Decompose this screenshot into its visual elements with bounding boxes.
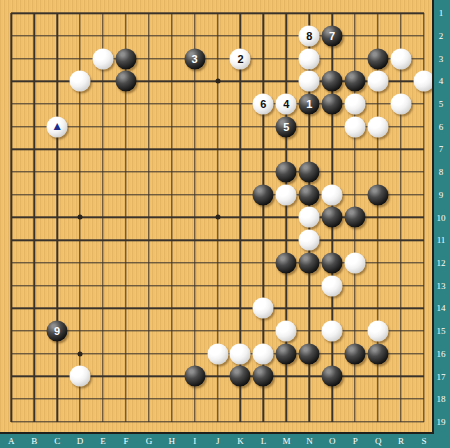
intersection-B16[interactable]: [23, 342, 46, 365]
intersection-P4[interactable]: [344, 70, 367, 93]
intersection-I17[interactable]: [183, 365, 206, 388]
intersection-B12[interactable]: [23, 252, 46, 275]
intersection-P2[interactable]: [344, 25, 367, 48]
intersection-A19[interactable]: [0, 410, 23, 433]
intersection-F11[interactable]: [114, 229, 137, 252]
intersection-A10[interactable]: [0, 206, 23, 229]
intersection-G11[interactable]: [137, 229, 160, 252]
intersection-G8[interactable]: [137, 161, 160, 184]
intersection-K9[interactable]: [229, 183, 252, 206]
intersection-R18[interactable]: [389, 388, 412, 411]
intersection-R2[interactable]: [389, 25, 412, 48]
intersection-L14[interactable]: [252, 297, 275, 320]
intersection-F8[interactable]: [114, 161, 137, 184]
intersection-D18[interactable]: [69, 388, 92, 411]
intersection-S19[interactable]: [412, 410, 434, 433]
intersection-I2[interactable]: [183, 25, 206, 48]
intersection-F15[interactable]: [114, 320, 137, 343]
intersection-J8[interactable]: [206, 161, 229, 184]
intersection-M3[interactable]: [275, 47, 298, 70]
intersection-L4[interactable]: [252, 70, 275, 93]
intersection-G4[interactable]: [137, 70, 160, 93]
intersection-B14[interactable]: [23, 297, 46, 320]
intersection-F3[interactable]: [114, 47, 137, 70]
intersection-H9[interactable]: [160, 183, 183, 206]
intersection-O8[interactable]: [321, 161, 344, 184]
intersection-S16[interactable]: [412, 342, 434, 365]
intersection-C11[interactable]: [46, 229, 69, 252]
intersection-S18[interactable]: [412, 388, 434, 411]
intersection-K10[interactable]: [229, 206, 252, 229]
intersection-J14[interactable]: [206, 297, 229, 320]
intersection-K5[interactable]: [229, 93, 252, 116]
intersection-P9[interactable]: [344, 183, 367, 206]
intersection-A1[interactable]: [0, 2, 23, 25]
intersection-J13[interactable]: [206, 274, 229, 297]
intersection-D2[interactable]: [69, 25, 92, 48]
intersection-Q3[interactable]: [367, 47, 390, 70]
intersection-R1[interactable]: [389, 2, 412, 25]
intersection-P14[interactable]: [344, 297, 367, 320]
intersection-M18[interactable]: [275, 388, 298, 411]
intersection-S7[interactable]: [412, 138, 434, 161]
intersection-C6[interactable]: ▲: [46, 115, 69, 138]
intersection-L3[interactable]: [252, 47, 275, 70]
intersection-L11[interactable]: [252, 229, 275, 252]
intersection-L13[interactable]: [252, 274, 275, 297]
intersection-N17[interactable]: [298, 365, 321, 388]
intersection-H19[interactable]: [160, 410, 183, 433]
intersection-M14[interactable]: [275, 297, 298, 320]
intersection-E16[interactable]: [92, 342, 115, 365]
intersection-A11[interactable]: [0, 229, 23, 252]
intersection-I9[interactable]: [183, 183, 206, 206]
intersection-Q11[interactable]: [367, 229, 390, 252]
intersection-G1[interactable]: [137, 2, 160, 25]
intersection-H7[interactable]: [160, 138, 183, 161]
intersection-I19[interactable]: [183, 410, 206, 433]
intersection-A6[interactable]: [0, 115, 23, 138]
intersection-O2[interactable]: 7: [321, 25, 344, 48]
intersection-E15[interactable]: [92, 320, 115, 343]
intersection-S17[interactable]: [412, 365, 434, 388]
intersection-A3[interactable]: [0, 47, 23, 70]
intersection-R10[interactable]: [389, 206, 412, 229]
intersection-R4[interactable]: [389, 70, 412, 93]
intersection-B4[interactable]: [23, 70, 46, 93]
intersection-J9[interactable]: [206, 183, 229, 206]
intersection-N15[interactable]: [298, 320, 321, 343]
intersection-A12[interactable]: [0, 252, 23, 275]
intersection-G6[interactable]: [137, 115, 160, 138]
intersection-F6[interactable]: [114, 115, 137, 138]
intersection-I4[interactable]: [183, 70, 206, 93]
intersection-L12[interactable]: [252, 252, 275, 275]
intersection-F19[interactable]: [114, 410, 137, 433]
intersection-E5[interactable]: [92, 93, 115, 116]
intersection-I1[interactable]: [183, 2, 206, 25]
intersection-A4[interactable]: [0, 70, 23, 93]
intersection-P7[interactable]: [344, 138, 367, 161]
intersection-E11[interactable]: [92, 229, 115, 252]
intersection-J12[interactable]: [206, 252, 229, 275]
intersection-Q16[interactable]: [367, 342, 390, 365]
intersection-A14[interactable]: [0, 297, 23, 320]
intersection-N8[interactable]: [298, 161, 321, 184]
intersection-P18[interactable]: [344, 388, 367, 411]
intersection-C9[interactable]: [46, 183, 69, 206]
intersection-Q7[interactable]: [367, 138, 390, 161]
intersection-D17[interactable]: [69, 365, 92, 388]
intersection-G19[interactable]: [137, 410, 160, 433]
intersection-F16[interactable]: [114, 342, 137, 365]
intersection-Q1[interactable]: [367, 2, 390, 25]
intersection-N9[interactable]: [298, 183, 321, 206]
intersection-P10[interactable]: [344, 206, 367, 229]
intersection-C19[interactable]: [46, 410, 69, 433]
intersection-O7[interactable]: [321, 138, 344, 161]
intersection-L8[interactable]: [252, 161, 275, 184]
intersection-L6[interactable]: [252, 115, 275, 138]
intersection-A5[interactable]: [0, 93, 23, 116]
intersection-Q13[interactable]: [367, 274, 390, 297]
intersection-L2[interactable]: [252, 25, 275, 48]
intersection-P11[interactable]: [344, 229, 367, 252]
intersection-C14[interactable]: [46, 297, 69, 320]
intersection-I14[interactable]: [183, 297, 206, 320]
intersection-N12[interactable]: [298, 252, 321, 275]
intersection-H16[interactable]: [160, 342, 183, 365]
intersection-L10[interactable]: [252, 206, 275, 229]
intersection-D10[interactable]: [69, 206, 92, 229]
intersection-F14[interactable]: [114, 297, 137, 320]
intersection-J10[interactable]: [206, 206, 229, 229]
intersection-D15[interactable]: [69, 320, 92, 343]
intersection-S15[interactable]: [412, 320, 434, 343]
intersection-G3[interactable]: [137, 47, 160, 70]
intersection-S14[interactable]: [412, 297, 434, 320]
intersection-N4[interactable]: [298, 70, 321, 93]
intersection-F13[interactable]: [114, 274, 137, 297]
intersection-I18[interactable]: [183, 388, 206, 411]
intersection-O12[interactable]: [321, 252, 344, 275]
intersection-L9[interactable]: [252, 183, 275, 206]
intersection-R16[interactable]: [389, 342, 412, 365]
intersection-D8[interactable]: [69, 161, 92, 184]
intersection-B8[interactable]: [23, 161, 46, 184]
intersection-I10[interactable]: [183, 206, 206, 229]
intersection-J5[interactable]: [206, 93, 229, 116]
intersection-D12[interactable]: [69, 252, 92, 275]
intersection-E7[interactable]: [92, 138, 115, 161]
intersection-M19[interactable]: [275, 410, 298, 433]
intersection-Q15[interactable]: [367, 320, 390, 343]
intersection-P15[interactable]: [344, 320, 367, 343]
intersection-K6[interactable]: [229, 115, 252, 138]
intersection-E10[interactable]: [92, 206, 115, 229]
intersection-C13[interactable]: [46, 274, 69, 297]
intersection-H8[interactable]: [160, 161, 183, 184]
intersection-M5[interactable]: 4: [275, 93, 298, 116]
intersection-N11[interactable]: [298, 229, 321, 252]
intersection-C3[interactable]: [46, 47, 69, 70]
intersection-H18[interactable]: [160, 388, 183, 411]
intersection-N6[interactable]: [298, 115, 321, 138]
intersection-B19[interactable]: [23, 410, 46, 433]
intersection-K2[interactable]: [229, 25, 252, 48]
intersection-R5[interactable]: [389, 93, 412, 116]
intersection-Q2[interactable]: [367, 25, 390, 48]
intersection-D19[interactable]: [69, 410, 92, 433]
intersection-Q6[interactable]: [367, 115, 390, 138]
intersection-D4[interactable]: [69, 70, 92, 93]
intersection-B2[interactable]: [23, 25, 46, 48]
intersection-D11[interactable]: [69, 229, 92, 252]
intersection-K12[interactable]: [229, 252, 252, 275]
intersection-H2[interactable]: [160, 25, 183, 48]
intersection-E8[interactable]: [92, 161, 115, 184]
intersection-O19[interactable]: [321, 410, 344, 433]
intersection-K17[interactable]: [229, 365, 252, 388]
intersection-E18[interactable]: [92, 388, 115, 411]
intersection-J1[interactable]: [206, 2, 229, 25]
intersection-B10[interactable]: [23, 206, 46, 229]
intersection-A18[interactable]: [0, 388, 23, 411]
intersection-R8[interactable]: [389, 161, 412, 184]
intersection-G16[interactable]: [137, 342, 160, 365]
intersection-G14[interactable]: [137, 297, 160, 320]
intersection-A8[interactable]: [0, 161, 23, 184]
intersection-K4[interactable]: [229, 70, 252, 93]
intersection-E3[interactable]: [92, 47, 115, 70]
intersection-G18[interactable]: [137, 388, 160, 411]
intersection-F1[interactable]: [114, 2, 137, 25]
intersection-N13[interactable]: [298, 274, 321, 297]
intersection-S11[interactable]: [412, 229, 434, 252]
intersection-C16[interactable]: [46, 342, 69, 365]
intersection-E19[interactable]: [92, 410, 115, 433]
intersection-I16[interactable]: [183, 342, 206, 365]
intersection-S1[interactable]: [412, 2, 434, 25]
intersection-K16[interactable]: [229, 342, 252, 365]
intersection-O14[interactable]: [321, 297, 344, 320]
intersection-C8[interactable]: [46, 161, 69, 184]
intersection-F7[interactable]: [114, 138, 137, 161]
intersection-F17[interactable]: [114, 365, 137, 388]
intersection-O6[interactable]: [321, 115, 344, 138]
intersection-Q8[interactable]: [367, 161, 390, 184]
intersection-S5[interactable]: [412, 93, 434, 116]
intersection-E4[interactable]: [92, 70, 115, 93]
intersection-Q12[interactable]: [367, 252, 390, 275]
intersection-M13[interactable]: [275, 274, 298, 297]
intersection-H17[interactable]: [160, 365, 183, 388]
intersection-M2[interactable]: [275, 25, 298, 48]
intersection-D5[interactable]: [69, 93, 92, 116]
intersection-P19[interactable]: [344, 410, 367, 433]
intersection-Q10[interactable]: [367, 206, 390, 229]
intersection-B17[interactable]: [23, 365, 46, 388]
intersection-Q14[interactable]: [367, 297, 390, 320]
intersection-M9[interactable]: [275, 183, 298, 206]
intersection-E2[interactable]: [92, 25, 115, 48]
intersection-G13[interactable]: [137, 274, 160, 297]
intersection-F5[interactable]: [114, 93, 137, 116]
intersection-Q5[interactable]: [367, 93, 390, 116]
intersection-P17[interactable]: [344, 365, 367, 388]
intersection-O16[interactable]: [321, 342, 344, 365]
intersection-S12[interactable]: [412, 252, 434, 275]
intersection-C7[interactable]: [46, 138, 69, 161]
intersection-R3[interactable]: [389, 47, 412, 70]
intersection-L18[interactable]: [252, 388, 275, 411]
intersection-B15[interactable]: [23, 320, 46, 343]
intersection-O18[interactable]: [321, 388, 344, 411]
intersection-C2[interactable]: [46, 25, 69, 48]
intersection-Q17[interactable]: [367, 365, 390, 388]
intersection-B7[interactable]: [23, 138, 46, 161]
intersection-A9[interactable]: [0, 183, 23, 206]
intersection-C17[interactable]: [46, 365, 69, 388]
intersection-P12[interactable]: [344, 252, 367, 275]
intersection-S6[interactable]: [412, 115, 434, 138]
intersection-M17[interactable]: [275, 365, 298, 388]
intersection-B9[interactable]: [23, 183, 46, 206]
intersection-N19[interactable]: [298, 410, 321, 433]
intersection-O17[interactable]: [321, 365, 344, 388]
intersection-S4[interactable]: [412, 70, 434, 93]
intersection-O10[interactable]: [321, 206, 344, 229]
intersection-Q4[interactable]: [367, 70, 390, 93]
intersection-C4[interactable]: [46, 70, 69, 93]
intersection-B13[interactable]: [23, 274, 46, 297]
intersection-D14[interactable]: [69, 297, 92, 320]
intersection-N18[interactable]: [298, 388, 321, 411]
intersection-A2[interactable]: [0, 25, 23, 48]
intersection-J15[interactable]: [206, 320, 229, 343]
intersection-J6[interactable]: [206, 115, 229, 138]
intersection-O4[interactable]: [321, 70, 344, 93]
intersection-A7[interactable]: [0, 138, 23, 161]
intersection-Q19[interactable]: [367, 410, 390, 433]
intersection-H14[interactable]: [160, 297, 183, 320]
intersection-R19[interactable]: [389, 410, 412, 433]
intersection-R12[interactable]: [389, 252, 412, 275]
intersection-M10[interactable]: [275, 206, 298, 229]
intersection-M15[interactable]: [275, 320, 298, 343]
intersection-R17[interactable]: [389, 365, 412, 388]
intersection-H13[interactable]: [160, 274, 183, 297]
intersection-A13[interactable]: [0, 274, 23, 297]
intersection-A15[interactable]: [0, 320, 23, 343]
intersection-O15[interactable]: [321, 320, 344, 343]
intersection-N2[interactable]: 8: [298, 25, 321, 48]
intersection-P13[interactable]: [344, 274, 367, 297]
intersection-B18[interactable]: [23, 388, 46, 411]
intersection-D6[interactable]: [69, 115, 92, 138]
intersection-G2[interactable]: [137, 25, 160, 48]
intersection-J19[interactable]: [206, 410, 229, 433]
intersection-E6[interactable]: [92, 115, 115, 138]
intersection-I8[interactable]: [183, 161, 206, 184]
intersection-F9[interactable]: [114, 183, 137, 206]
intersection-I11[interactable]: [183, 229, 206, 252]
intersection-J7[interactable]: [206, 138, 229, 161]
intersection-A16[interactable]: [0, 342, 23, 365]
intersection-L15[interactable]: [252, 320, 275, 343]
intersection-D3[interactable]: [69, 47, 92, 70]
intersection-F12[interactable]: [114, 252, 137, 275]
intersection-J17[interactable]: [206, 365, 229, 388]
intersection-H12[interactable]: [160, 252, 183, 275]
intersection-N5[interactable]: 1: [298, 93, 321, 116]
intersection-H6[interactable]: [160, 115, 183, 138]
intersection-G12[interactable]: [137, 252, 160, 275]
intersection-M4[interactable]: [275, 70, 298, 93]
intersection-F10[interactable]: [114, 206, 137, 229]
intersection-D7[interactable]: [69, 138, 92, 161]
intersection-E17[interactable]: [92, 365, 115, 388]
intersection-O11[interactable]: [321, 229, 344, 252]
intersection-R15[interactable]: [389, 320, 412, 343]
intersection-C10[interactable]: [46, 206, 69, 229]
intersection-K3[interactable]: 2: [229, 47, 252, 70]
intersection-C15[interactable]: 9: [46, 320, 69, 343]
intersection-I5[interactable]: [183, 93, 206, 116]
intersection-H4[interactable]: [160, 70, 183, 93]
intersection-M7[interactable]: [275, 138, 298, 161]
intersection-F2[interactable]: [114, 25, 137, 48]
intersection-B11[interactable]: [23, 229, 46, 252]
intersection-R11[interactable]: [389, 229, 412, 252]
intersection-L16[interactable]: [252, 342, 275, 365]
intersection-R13[interactable]: [389, 274, 412, 297]
intersection-K15[interactable]: [229, 320, 252, 343]
intersection-O13[interactable]: [321, 274, 344, 297]
intersection-N3[interactable]: [298, 47, 321, 70]
intersection-H11[interactable]: [160, 229, 183, 252]
intersection-K8[interactable]: [229, 161, 252, 184]
intersection-I3[interactable]: 3: [183, 47, 206, 70]
intersection-J4[interactable]: [206, 70, 229, 93]
intersection-R7[interactable]: [389, 138, 412, 161]
intersection-P16[interactable]: [344, 342, 367, 365]
intersection-B3[interactable]: [23, 47, 46, 70]
intersection-H10[interactable]: [160, 206, 183, 229]
intersection-I15[interactable]: [183, 320, 206, 343]
intersection-B5[interactable]: [23, 93, 46, 116]
intersection-H1[interactable]: [160, 2, 183, 25]
intersection-H3[interactable]: [160, 47, 183, 70]
intersection-B6[interactable]: [23, 115, 46, 138]
intersection-M1[interactable]: [275, 2, 298, 25]
intersection-Q18[interactable]: [367, 388, 390, 411]
intersection-O9[interactable]: [321, 183, 344, 206]
intersection-O3[interactable]: [321, 47, 344, 70]
intersection-N7[interactable]: [298, 138, 321, 161]
intersection-P6[interactable]: [344, 115, 367, 138]
intersection-J18[interactable]: [206, 388, 229, 411]
intersection-R6[interactable]: [389, 115, 412, 138]
intersection-K11[interactable]: [229, 229, 252, 252]
intersection-M12[interactable]: [275, 252, 298, 275]
intersection-K7[interactable]: [229, 138, 252, 161]
intersection-S9[interactable]: [412, 183, 434, 206]
intersection-E1[interactable]: [92, 2, 115, 25]
intersection-M6[interactable]: 5: [275, 115, 298, 138]
intersection-P5[interactable]: [344, 93, 367, 116]
intersection-S2[interactable]: [412, 25, 434, 48]
